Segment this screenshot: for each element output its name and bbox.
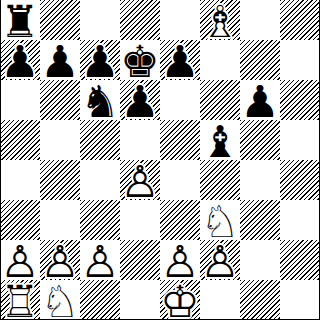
square-f5[interactable]: ♝♝ — [200, 120, 240, 160]
square-a8[interactable]: ♜♜ — [0, 0, 40, 40]
square-h2[interactable] — [280, 240, 320, 280]
square-a2[interactable]: ♟♙ — [0, 240, 40, 280]
piece-white-pawn-c2[interactable]: ♟♙ — [80, 240, 120, 280]
black-pawn-icon: ♟ — [240, 80, 280, 120]
square-g2[interactable] — [240, 240, 280, 280]
square-e2[interactable]: ♟♙ — [160, 240, 200, 280]
piece-white-pawn-f2[interactable]: ♟♙ — [200, 240, 240, 280]
piece-black-pawn-d6[interactable]: ♟♟ — [120, 80, 160, 120]
piece-black-pawn-b7[interactable]: ♟♟ — [40, 40, 80, 80]
square-e8[interactable] — [160, 0, 200, 40]
square-e5[interactable] — [160, 120, 200, 160]
piece-white-pawn-b2[interactable]: ♟♙ — [40, 240, 80, 280]
white-bishop-icon: ♗ — [200, 0, 240, 40]
square-g3[interactable] — [240, 200, 280, 240]
square-d2[interactable] — [120, 240, 160, 280]
square-b4[interactable] — [40, 160, 80, 200]
square-f3[interactable]: ♞♘ — [200, 200, 240, 240]
piece-black-pawn-c7[interactable]: ♟♟ — [80, 40, 120, 80]
white-knight-icon: ♘ — [40, 280, 80, 320]
square-b2[interactable]: ♟♙ — [40, 240, 80, 280]
square-h8[interactable] — [280, 0, 320, 40]
square-c2[interactable]: ♟♙ — [80, 240, 120, 280]
piece-black-bishop-f5[interactable]: ♝♝ — [200, 120, 240, 160]
square-b8[interactable] — [40, 0, 80, 40]
chess-board: ♜♜♝♗♟♟♟♟♟♟♚♚♟♟♞♞♟♟♟♟♝♝♟♙♞♘♟♙♟♙♟♙♟♙♟♙♜♖♞♘… — [0, 0, 320, 320]
white-pawn-icon: ♙ — [40, 240, 80, 280]
black-king-icon: ♚ — [120, 40, 160, 80]
square-e3[interactable] — [160, 200, 200, 240]
piece-black-pawn-g6[interactable]: ♟♟ — [240, 80, 280, 120]
square-h6[interactable] — [280, 80, 320, 120]
square-d7[interactable]: ♚♚ — [120, 40, 160, 80]
piece-white-knight-f3[interactable]: ♞♘ — [200, 200, 240, 240]
square-c8[interactable] — [80, 0, 120, 40]
square-a4[interactable] — [0, 160, 40, 200]
square-g6[interactable]: ♟♟ — [240, 80, 280, 120]
square-g1[interactable] — [240, 280, 280, 320]
square-h4[interactable] — [280, 160, 320, 200]
square-e1[interactable]: ♚♔ — [160, 280, 200, 320]
square-a1[interactable]: ♜♖ — [0, 280, 40, 320]
square-b1[interactable]: ♞♘ — [40, 280, 80, 320]
white-pawn-icon: ♙ — [80, 240, 120, 280]
square-d8[interactable] — [120, 0, 160, 40]
square-g8[interactable] — [240, 0, 280, 40]
white-pawn-icon: ♙ — [200, 240, 240, 280]
white-pawn-icon: ♙ — [160, 240, 200, 280]
black-rook-icon: ♜ — [0, 0, 40, 40]
square-g4[interactable] — [240, 160, 280, 200]
piece-black-knight-c6[interactable]: ♞♞ — [80, 80, 120, 120]
piece-white-knight-b1[interactable]: ♞♘ — [40, 280, 80, 320]
square-e7[interactable]: ♟♟ — [160, 40, 200, 80]
white-rook-icon: ♖ — [0, 280, 40, 320]
square-a7[interactable]: ♟♟ — [0, 40, 40, 80]
square-d4[interactable]: ♟♙ — [120, 160, 160, 200]
piece-black-pawn-a7[interactable]: ♟♟ — [0, 40, 40, 80]
white-knight-icon: ♘ — [200, 200, 240, 240]
white-king-icon: ♔ — [160, 280, 200, 320]
square-a3[interactable] — [0, 200, 40, 240]
piece-white-pawn-e2[interactable]: ♟♙ — [160, 240, 200, 280]
square-f2[interactable]: ♟♙ — [200, 240, 240, 280]
piece-black-pawn-e7[interactable]: ♟♟ — [160, 40, 200, 80]
white-pawn-icon: ♙ — [120, 160, 160, 200]
square-f8[interactable]: ♝♗ — [200, 0, 240, 40]
black-bishop-icon: ♝ — [200, 120, 240, 160]
square-d1[interactable] — [120, 280, 160, 320]
square-c6[interactable]: ♞♞ — [80, 80, 120, 120]
square-c7[interactable]: ♟♟ — [80, 40, 120, 80]
black-pawn-icon: ♟ — [40, 40, 80, 80]
black-pawn-icon: ♟ — [80, 40, 120, 80]
square-d6[interactable]: ♟♟ — [120, 80, 160, 120]
black-knight-icon: ♞ — [80, 80, 120, 120]
piece-white-pawn-a2[interactable]: ♟♙ — [0, 240, 40, 280]
square-c3[interactable] — [80, 200, 120, 240]
square-h5[interactable] — [280, 120, 320, 160]
piece-white-rook-a1[interactable]: ♜♖ — [0, 280, 40, 320]
black-pawn-icon: ♟ — [160, 40, 200, 80]
square-a5[interactable] — [0, 120, 40, 160]
piece-white-king-e1[interactable]: ♚♔ — [160, 280, 200, 320]
square-b7[interactable]: ♟♟ — [40, 40, 80, 80]
piece-white-bishop-f8[interactable]: ♝♗ — [200, 0, 240, 40]
piece-black-king-d7[interactable]: ♚♚ — [120, 40, 160, 80]
square-g7[interactable] — [240, 40, 280, 80]
square-h3[interactable] — [280, 200, 320, 240]
square-b5[interactable] — [40, 120, 80, 160]
black-pawn-icon: ♟ — [0, 40, 40, 80]
square-f6[interactable] — [200, 80, 240, 120]
chess-diagram: ♜♜♝♗♟♟♟♟♟♟♚♚♟♟♞♞♟♟♟♟♝♝♟♙♞♘♟♙♟♙♟♙♟♙♟♙♜♖♞♘… — [0, 0, 320, 320]
white-pawn-icon: ♙ — [0, 240, 40, 280]
square-h7[interactable] — [280, 40, 320, 80]
square-e4[interactable] — [160, 160, 200, 200]
piece-white-pawn-d4[interactable]: ♟♙ — [120, 160, 160, 200]
square-c4[interactable] — [80, 160, 120, 200]
square-h1[interactable] — [280, 280, 320, 320]
black-pawn-icon: ♟ — [120, 80, 160, 120]
piece-black-rook-a8[interactable]: ♜♜ — [0, 0, 40, 40]
square-b3[interactable] — [40, 200, 80, 240]
